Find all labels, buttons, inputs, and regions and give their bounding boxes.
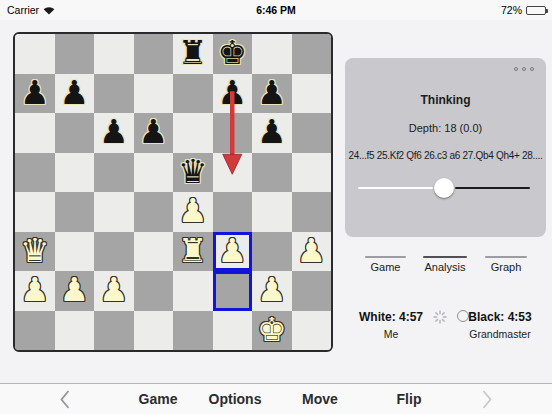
board-square[interactable] (213, 113, 253, 153)
white-king[interactable]: ♚ (252, 311, 292, 351)
board-square[interactable]: ♟ (213, 232, 253, 272)
board-square[interactable]: ♛ (15, 232, 55, 272)
board-square[interactable] (15, 311, 55, 351)
engine-variation-line: 24...f5 25.Kf2 Qf6 26.c3 a6 27.Qb4 Qh4+ … (346, 150, 545, 161)
eval-slider-thumb[interactable] (434, 178, 454, 198)
board-square[interactable]: ♟ (55, 271, 95, 311)
black-pawn[interactable]: ♟ (55, 74, 95, 114)
black-clock-time: Black: 4:53 (445, 310, 552, 324)
white-pawn[interactable]: ♟ (213, 232, 253, 272)
chess-board-grid: ♜♚♟♟♟♟♟♟♟♛♟♛♜♟♟♟♟♟♟♚ (13, 32, 333, 352)
battery-percent-label: 72% (501, 4, 522, 16)
tab-game-label: Game (365, 261, 406, 273)
black-pawn[interactable]: ♟ (252, 74, 292, 114)
board-square[interactable] (134, 153, 174, 193)
board-square[interactable] (173, 74, 213, 114)
chevron-right-icon[interactable] (482, 389, 493, 410)
board-square[interactable] (292, 192, 332, 232)
white-pawn[interactable]: ♟ (15, 271, 55, 311)
black-pawn[interactable]: ♟ (213, 74, 253, 114)
board-square[interactable] (252, 153, 292, 193)
board-square[interactable] (55, 153, 95, 193)
black-pawn[interactable]: ♟ (94, 113, 134, 153)
board-square[interactable] (213, 311, 253, 351)
board-square[interactable]: ♛ (173, 153, 213, 193)
bottom-toolbar: Game Options Move Flip (0, 383, 552, 414)
white-pawn[interactable]: ♟ (173, 192, 213, 232)
black-player-name: Grandmaster (445, 328, 552, 340)
board-square[interactable] (15, 113, 55, 153)
black-pawn[interactable]: ♟ (15, 74, 55, 114)
board-square[interactable] (173, 311, 213, 351)
board-square[interactable] (134, 192, 174, 232)
white-pawn[interactable]: ♟ (94, 271, 134, 311)
black-rook[interactable]: ♜ (173, 34, 213, 74)
board-square[interactable] (252, 34, 292, 74)
tab-game[interactable]: Game (365, 256, 406, 273)
board-square[interactable]: ♟ (252, 113, 292, 153)
board-square[interactable] (94, 153, 134, 193)
board-square[interactable] (55, 311, 95, 351)
board-square[interactable]: ♟ (252, 271, 292, 311)
board-square[interactable] (55, 232, 95, 272)
board-square[interactable] (292, 113, 332, 153)
panel-menu-dots-icon[interactable] (514, 67, 534, 71)
board-square[interactable] (15, 192, 55, 232)
board-square[interactable]: ♟ (94, 113, 134, 153)
board-square[interactable] (134, 232, 174, 272)
board-square[interactable] (94, 192, 134, 232)
black-pawn[interactable]: ♟ (134, 113, 174, 153)
board-square[interactable] (15, 153, 55, 193)
board-square[interactable] (213, 153, 253, 193)
board-square[interactable]: ♚ (252, 311, 292, 351)
board-square[interactable] (252, 192, 292, 232)
board-square[interactable] (292, 34, 332, 74)
white-clock-time: White: 4:57 (336, 310, 446, 324)
analysis-panel: Thinking Depth: 18 (0.0) 24...f5 25.Kf2 … (345, 58, 546, 237)
board-square[interactable]: ♟ (252, 74, 292, 114)
board-square[interactable]: ♟ (55, 74, 95, 114)
black-pawn[interactable]: ♟ (252, 113, 292, 153)
status-bar: Carrier 6:46 PM 72% (0, 0, 552, 20)
toolbar-move-button[interactable]: Move (302, 384, 338, 414)
board-square[interactable] (55, 34, 95, 74)
eval-slider[interactable] (358, 177, 530, 199)
white-pawn[interactable]: ♟ (252, 271, 292, 311)
toolbar-flip-button[interactable]: Flip (397, 384, 422, 414)
board-square[interactable] (134, 74, 174, 114)
board-square[interactable] (94, 232, 134, 272)
battery-icon (526, 6, 546, 15)
board-square[interactable] (134, 271, 174, 311)
white-clock: White: 4:57 Me (336, 310, 446, 340)
black-queen[interactable]: ♛ (173, 153, 213, 193)
board-square[interactable]: ♟ (134, 113, 174, 153)
engine-status-title: Thinking (345, 93, 546, 107)
eval-track-black (455, 187, 530, 189)
board-square[interactable]: ♟ (94, 271, 134, 311)
white-pawn[interactable]: ♟ (292, 232, 332, 272)
board-square[interactable] (292, 74, 332, 114)
board-square[interactable]: ♟ (15, 74, 55, 114)
tab-graph-indicator (485, 256, 527, 258)
board-square[interactable] (213, 192, 253, 232)
toolbar-options-button[interactable]: Options (209, 384, 262, 414)
tab-game-indicator (365, 256, 406, 258)
chess-board: ♜♚♟♟♟♟♟♟♟♛♟♛♜♟♟♟♟♟♟♚ (13, 32, 333, 352)
board-square[interactable]: ♟ (213, 74, 253, 114)
tab-analysis-label: Analysis (423, 261, 467, 273)
board-square[interactable] (213, 271, 253, 311)
board-square[interactable]: ♟ (292, 232, 332, 272)
black-king[interactable]: ♚ (213, 34, 253, 74)
tab-graph[interactable]: Graph (485, 256, 527, 273)
tab-graph-label: Graph (485, 261, 527, 273)
board-square[interactable] (134, 311, 174, 351)
board-square[interactable]: ♜ (173, 232, 213, 272)
white-rook[interactable]: ♜ (173, 232, 213, 272)
clock-time: 6:46 PM (0, 4, 552, 16)
board-square[interactable] (15, 34, 55, 74)
board-square[interactable]: ♟ (173, 192, 213, 232)
board-square[interactable] (173, 113, 213, 153)
board-square[interactable]: ♚ (213, 34, 253, 74)
board-square[interactable] (55, 113, 95, 153)
black-clock: Black: 4:53 Grandmaster (445, 310, 552, 340)
chevron-left-icon[interactable] (60, 389, 71, 410)
tab-analysis[interactable]: Analysis (423, 256, 467, 273)
white-pawn[interactable]: ♟ (55, 271, 95, 311)
board-square[interactable] (292, 311, 332, 351)
board-square[interactable] (292, 271, 332, 311)
board-square[interactable] (94, 311, 134, 351)
board-square[interactable] (55, 192, 95, 232)
white-player-name: Me (336, 328, 446, 340)
board-square[interactable] (173, 271, 213, 311)
board-square[interactable]: ♟ (15, 271, 55, 311)
board-square[interactable] (94, 74, 134, 114)
toolbar-game-button[interactable]: Game (139, 384, 178, 414)
board-square[interactable] (94, 34, 134, 74)
tab-analysis-indicator (423, 256, 467, 258)
board-square[interactable]: ♜ (173, 34, 213, 74)
board-square[interactable] (292, 153, 332, 193)
eval-track-white (358, 187, 433, 189)
white-queen[interactable]: ♛ (15, 232, 55, 272)
board-square[interactable] (252, 232, 292, 272)
board-square[interactable] (134, 34, 174, 74)
engine-depth-label: Depth: 18 (0.0) (345, 122, 546, 134)
